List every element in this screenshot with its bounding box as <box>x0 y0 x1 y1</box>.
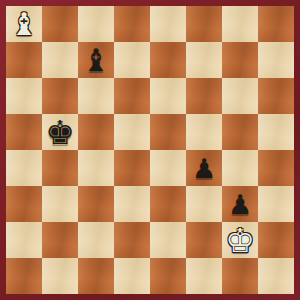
square-g7[interactable] <box>222 42 258 78</box>
square-b8[interactable] <box>42 6 78 42</box>
square-f7[interactable] <box>186 42 222 78</box>
chess-board: ♝♝♚♟♟♚ <box>6 6 294 294</box>
square-g5[interactable] <box>222 114 258 150</box>
square-f4[interactable]: ♟ <box>186 150 222 186</box>
square-f2[interactable] <box>186 222 222 258</box>
square-e5[interactable] <box>150 114 186 150</box>
square-h2[interactable] <box>258 222 294 258</box>
square-g8[interactable] <box>222 6 258 42</box>
square-e1[interactable] <box>150 258 186 294</box>
square-d5[interactable] <box>114 114 150 150</box>
square-g3[interactable]: ♟ <box>222 186 258 222</box>
square-h7[interactable] <box>258 42 294 78</box>
square-c8[interactable] <box>78 6 114 42</box>
square-h3[interactable] <box>258 186 294 222</box>
black-bishop-piece[interactable]: ♝ <box>82 45 110 76</box>
square-e6[interactable] <box>150 78 186 114</box>
black-pawn-piece[interactable]: ♟ <box>192 155 216 182</box>
square-e4[interactable] <box>150 150 186 186</box>
square-e7[interactable] <box>150 42 186 78</box>
square-d8[interactable] <box>114 6 150 42</box>
square-d1[interactable] <box>114 258 150 294</box>
square-f5[interactable] <box>186 114 222 150</box>
square-c5[interactable] <box>78 114 114 150</box>
square-h6[interactable] <box>258 78 294 114</box>
square-a3[interactable] <box>6 186 42 222</box>
square-h4[interactable] <box>258 150 294 186</box>
square-g6[interactable] <box>222 78 258 114</box>
square-c2[interactable] <box>78 222 114 258</box>
square-g1[interactable] <box>222 258 258 294</box>
square-d6[interactable] <box>114 78 150 114</box>
white-bishop-piece[interactable]: ♝ <box>10 9 38 40</box>
square-f1[interactable] <box>186 258 222 294</box>
square-f6[interactable] <box>186 78 222 114</box>
square-e3[interactable] <box>150 186 186 222</box>
square-a8[interactable]: ♝ <box>6 6 42 42</box>
square-c7[interactable]: ♝ <box>78 42 114 78</box>
square-f8[interactable] <box>186 6 222 42</box>
black-king-piece[interactable]: ♚ <box>45 116 75 149</box>
square-d4[interactable] <box>114 150 150 186</box>
black-pawn-piece[interactable]: ♟ <box>228 191 252 218</box>
square-d7[interactable] <box>114 42 150 78</box>
square-a6[interactable] <box>6 78 42 114</box>
square-h8[interactable] <box>258 6 294 42</box>
board-frame: ♝♝♚♟♟♚ <box>0 0 300 300</box>
square-h1[interactable] <box>258 258 294 294</box>
square-h5[interactable] <box>258 114 294 150</box>
square-a1[interactable] <box>6 258 42 294</box>
square-b7[interactable] <box>42 42 78 78</box>
square-c4[interactable] <box>78 150 114 186</box>
square-b5[interactable]: ♚ <box>42 114 78 150</box>
square-c6[interactable] <box>78 78 114 114</box>
square-e2[interactable] <box>150 222 186 258</box>
square-a5[interactable] <box>6 114 42 150</box>
square-f3[interactable] <box>186 186 222 222</box>
square-a4[interactable] <box>6 150 42 186</box>
square-b3[interactable] <box>42 186 78 222</box>
square-g2[interactable]: ♚ <box>222 222 258 258</box>
square-b1[interactable] <box>42 258 78 294</box>
square-d2[interactable] <box>114 222 150 258</box>
square-b2[interactable] <box>42 222 78 258</box>
white-king-piece[interactable]: ♚ <box>225 224 255 257</box>
square-c3[interactable] <box>78 186 114 222</box>
square-b4[interactable] <box>42 150 78 186</box>
square-c1[interactable] <box>78 258 114 294</box>
square-g4[interactable] <box>222 150 258 186</box>
square-a7[interactable] <box>6 42 42 78</box>
square-b6[interactable] <box>42 78 78 114</box>
square-e8[interactable] <box>150 6 186 42</box>
square-a2[interactable] <box>6 222 42 258</box>
square-d3[interactable] <box>114 186 150 222</box>
